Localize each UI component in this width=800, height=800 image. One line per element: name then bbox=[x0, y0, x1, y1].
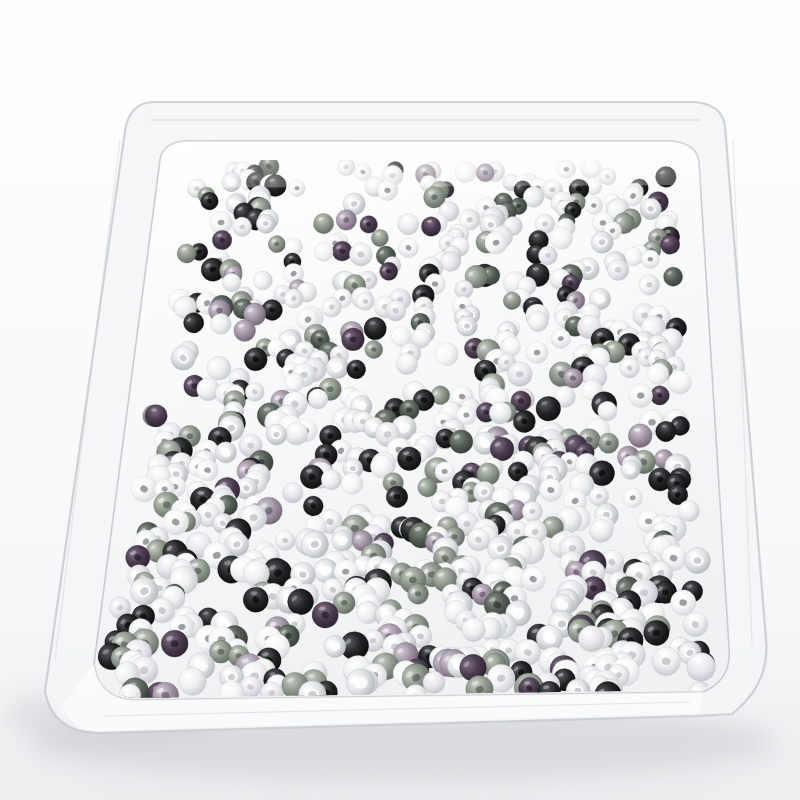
bead-opaque-white bbox=[131, 476, 158, 503]
bead-tray-photo bbox=[0, 0, 800, 800]
bead-silver-lined-clear bbox=[215, 442, 237, 464]
bead-opaque-white bbox=[526, 341, 549, 364]
bead-silver-lined-clear bbox=[457, 316, 478, 337]
bead-dark-gray-green bbox=[449, 430, 473, 454]
tray-back-wall-sheen bbox=[160, 141, 701, 188]
bead-clear-crystal bbox=[275, 530, 295, 550]
bead-dark-purple bbox=[332, 241, 352, 261]
bead-gray-green bbox=[598, 433, 619, 454]
scene-canvas bbox=[0, 0, 800, 800]
bead-opaque-white bbox=[314, 242, 334, 262]
bead-dark-purple bbox=[660, 235, 679, 254]
bead-opaque-black bbox=[200, 192, 218, 210]
